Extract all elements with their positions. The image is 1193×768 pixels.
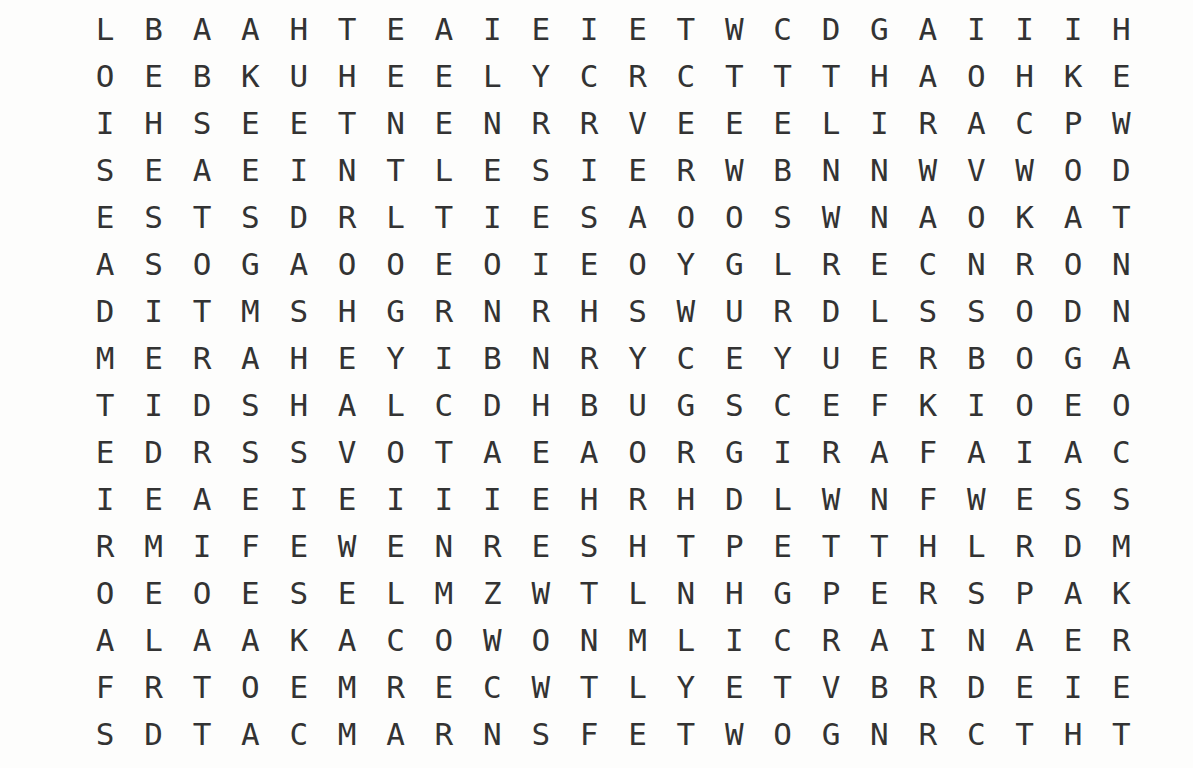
grid-cell[interactable]: E	[420, 664, 468, 711]
grid-cell[interactable]: O	[226, 664, 274, 711]
grid-cell[interactable]: D	[710, 476, 758, 523]
grid-cell[interactable]: I	[565, 147, 613, 194]
grid-cell[interactable]: R	[662, 429, 710, 476]
grid-cell[interactable]: I	[275, 476, 323, 523]
grid-cell[interactable]: O	[468, 241, 516, 288]
grid-cell[interactable]: S	[952, 288, 1000, 335]
grid-cell[interactable]: A	[178, 147, 226, 194]
grid-cell[interactable]: C	[371, 617, 419, 664]
grid-cell[interactable]: D	[81, 288, 129, 335]
grid-cell[interactable]: R	[613, 53, 661, 100]
grid-cell[interactable]: R	[807, 617, 855, 664]
grid-cell[interactable]: H	[323, 288, 371, 335]
grid-cell[interactable]: R	[904, 711, 952, 758]
grid-cell[interactable]: D	[129, 711, 177, 758]
grid-cell[interactable]: S	[81, 711, 129, 758]
grid-cell[interactable]: C	[662, 53, 710, 100]
grid-cell[interactable]: R	[178, 429, 226, 476]
grid-cell[interactable]: E	[1049, 617, 1097, 664]
grid-cell[interactable]: E	[226, 147, 274, 194]
grid-cell[interactable]: M	[81, 335, 129, 382]
grid-cell[interactable]: A	[178, 6, 226, 53]
grid-cell[interactable]: E	[323, 476, 371, 523]
grid-cell[interactable]: M	[323, 664, 371, 711]
grid-cell[interactable]: U	[613, 382, 661, 429]
grid-cell[interactable]: H	[1000, 53, 1048, 100]
grid-cell[interactable]: R	[807, 429, 855, 476]
grid-cell[interactable]: B	[855, 664, 903, 711]
grid-cell[interactable]: I	[855, 100, 903, 147]
grid-cell[interactable]: A	[226, 6, 274, 53]
grid-cell[interactable]: W	[710, 147, 758, 194]
grid-cell[interactable]: L	[613, 570, 661, 617]
grid-cell[interactable]: U	[807, 335, 855, 382]
grid-cell[interactable]: R	[904, 570, 952, 617]
grid-cell[interactable]: G	[710, 429, 758, 476]
grid-cell[interactable]: E	[613, 147, 661, 194]
grid-cell[interactable]: E	[1097, 53, 1145, 100]
grid-cell[interactable]: D	[1097, 147, 1145, 194]
grid-cell[interactable]: P	[1000, 570, 1048, 617]
grid-cell[interactable]: E	[710, 664, 758, 711]
grid-cell[interactable]: E	[420, 100, 468, 147]
grid-cell[interactable]: I	[952, 6, 1000, 53]
grid-cell[interactable]: E	[275, 523, 323, 570]
grid-cell[interactable]: E	[129, 335, 177, 382]
grid-cell[interactable]: H	[710, 570, 758, 617]
grid-cell[interactable]: E	[758, 100, 806, 147]
grid-cell[interactable]: S	[565, 523, 613, 570]
grid-cell[interactable]: S	[565, 194, 613, 241]
grid-cell[interactable]: P	[710, 523, 758, 570]
grid-cell[interactable]: O	[178, 570, 226, 617]
grid-cell[interactable]: Y	[758, 335, 806, 382]
grid-cell[interactable]: K	[1097, 570, 1145, 617]
grid-cell[interactable]: N	[952, 617, 1000, 664]
grid-cell[interactable]: P	[1049, 100, 1097, 147]
grid-cell[interactable]: E	[371, 6, 419, 53]
grid-cell[interactable]: E	[129, 147, 177, 194]
grid-cell[interactable]: A	[81, 617, 129, 664]
grid-cell[interactable]: T	[323, 100, 371, 147]
grid-cell[interactable]: S	[226, 194, 274, 241]
grid-cell[interactable]: H	[904, 523, 952, 570]
grid-cell[interactable]: I	[81, 476, 129, 523]
grid-cell[interactable]: O	[1000, 382, 1048, 429]
grid-cell[interactable]: V	[323, 429, 371, 476]
grid-cell[interactable]: O	[1049, 241, 1097, 288]
grid-cell[interactable]: G	[226, 241, 274, 288]
grid-cell[interactable]: T	[662, 6, 710, 53]
grid-cell[interactable]: N	[855, 711, 903, 758]
grid-cell[interactable]: M	[613, 617, 661, 664]
grid-cell[interactable]: E	[226, 476, 274, 523]
grid-cell[interactable]: F	[904, 429, 952, 476]
grid-cell[interactable]: O	[1000, 335, 1048, 382]
grid-cell[interactable]: I	[371, 476, 419, 523]
grid-cell[interactable]: P	[807, 570, 855, 617]
grid-cell[interactable]: L	[371, 570, 419, 617]
grid-cell[interactable]: H	[323, 53, 371, 100]
grid-cell[interactable]: O	[517, 617, 565, 664]
grid-cell[interactable]: A	[952, 429, 1000, 476]
grid-cell[interactable]: T	[758, 664, 806, 711]
grid-cell[interactable]: N	[468, 711, 516, 758]
grid-cell[interactable]: U	[275, 53, 323, 100]
grid-cell[interactable]: I	[420, 335, 468, 382]
grid-cell[interactable]: I	[758, 429, 806, 476]
grid-cell[interactable]: E	[710, 335, 758, 382]
grid-cell[interactable]: A	[904, 194, 952, 241]
grid-cell[interactable]: S	[758, 194, 806, 241]
grid-cell[interactable]: R	[420, 711, 468, 758]
grid-cell[interactable]: W	[807, 194, 855, 241]
grid-cell[interactable]: K	[226, 53, 274, 100]
grid-cell[interactable]: F	[904, 476, 952, 523]
grid-cell[interactable]: S	[904, 288, 952, 335]
grid-cell[interactable]: E	[662, 100, 710, 147]
grid-cell[interactable]: Y	[662, 664, 710, 711]
grid-cell[interactable]: E	[613, 711, 661, 758]
grid-cell[interactable]: I	[1000, 6, 1048, 53]
grid-cell[interactable]: H	[855, 53, 903, 100]
grid-cell[interactable]: S	[275, 429, 323, 476]
grid-cell[interactable]: R	[565, 335, 613, 382]
grid-cell[interactable]: R	[662, 147, 710, 194]
grid-cell[interactable]: A	[371, 711, 419, 758]
grid-cell[interactable]: D	[178, 382, 226, 429]
grid-cell[interactable]: T	[807, 53, 855, 100]
grid-cell[interactable]: N	[952, 241, 1000, 288]
grid-cell[interactable]: E	[129, 476, 177, 523]
grid-cell[interactable]: A	[613, 194, 661, 241]
grid-cell[interactable]: E	[855, 335, 903, 382]
grid-cell[interactable]: L	[468, 53, 516, 100]
grid-cell[interactable]: N	[807, 147, 855, 194]
grid-cell[interactable]: G	[662, 382, 710, 429]
grid-cell[interactable]: W	[468, 617, 516, 664]
grid-cell[interactable]: N	[662, 570, 710, 617]
grid-cell[interactable]: O	[662, 194, 710, 241]
grid-cell[interactable]: T	[81, 382, 129, 429]
grid-cell[interactable]: F	[226, 523, 274, 570]
grid-cell[interactable]: W	[517, 664, 565, 711]
grid-cell[interactable]: E	[1097, 664, 1145, 711]
grid-cell[interactable]: T	[178, 288, 226, 335]
grid-cell[interactable]: A	[855, 617, 903, 664]
grid-cell[interactable]: A	[904, 53, 952, 100]
grid-cell[interactable]: T	[1000, 711, 1048, 758]
grid-cell[interactable]: M	[1097, 523, 1145, 570]
grid-cell[interactable]: S	[275, 288, 323, 335]
grid-cell[interactable]: I	[468, 194, 516, 241]
grid-cell[interactable]: R	[129, 664, 177, 711]
grid-cell[interactable]: I	[129, 382, 177, 429]
grid-cell[interactable]: I	[904, 617, 952, 664]
grid-cell[interactable]: A	[1049, 194, 1097, 241]
grid-cell[interactable]: R	[1000, 241, 1048, 288]
grid-cell[interactable]: E	[758, 523, 806, 570]
grid-cell[interactable]: N	[565, 617, 613, 664]
grid-cell[interactable]: O	[613, 241, 661, 288]
grid-cell[interactable]: H	[129, 100, 177, 147]
grid-cell[interactable]: D	[468, 382, 516, 429]
grid-cell[interactable]: N	[468, 100, 516, 147]
grid-cell[interactable]: E	[1049, 382, 1097, 429]
grid-cell[interactable]: S	[613, 288, 661, 335]
grid-cell[interactable]: V	[952, 147, 1000, 194]
grid-cell[interactable]: M	[420, 570, 468, 617]
grid-cell[interactable]: S	[129, 241, 177, 288]
grid-cell[interactable]: E	[468, 147, 516, 194]
grid-cell[interactable]: I	[178, 523, 226, 570]
grid-cell[interactable]: A	[1049, 570, 1097, 617]
grid-cell[interactable]: N	[1097, 288, 1145, 335]
grid-cell[interactable]: N	[323, 147, 371, 194]
grid-cell[interactable]: H	[275, 382, 323, 429]
grid-cell[interactable]: H	[517, 382, 565, 429]
grid-cell[interactable]: W	[952, 476, 1000, 523]
grid-cell[interactable]: D	[807, 6, 855, 53]
grid-cell[interactable]: O	[1000, 288, 1048, 335]
grid-cell[interactable]: I	[468, 476, 516, 523]
grid-cell[interactable]: O	[1049, 147, 1097, 194]
grid-cell[interactable]: S	[1049, 476, 1097, 523]
grid-cell[interactable]: A	[178, 476, 226, 523]
grid-cell[interactable]: K	[1049, 53, 1097, 100]
grid-cell[interactable]: E	[517, 6, 565, 53]
grid-cell[interactable]: O	[613, 429, 661, 476]
grid-cell[interactable]: R	[904, 664, 952, 711]
grid-cell[interactable]: L	[129, 617, 177, 664]
grid-cell[interactable]: C	[662, 335, 710, 382]
grid-cell[interactable]: G	[371, 288, 419, 335]
grid-cell[interactable]: T	[420, 194, 468, 241]
grid-cell[interactable]: I	[1000, 429, 1048, 476]
grid-cell[interactable]: R	[323, 194, 371, 241]
grid-cell[interactable]: E	[323, 570, 371, 617]
grid-cell[interactable]: R	[904, 100, 952, 147]
grid-cell[interactable]: W	[904, 147, 952, 194]
grid-cell[interactable]: M	[323, 711, 371, 758]
grid-cell[interactable]: D	[129, 429, 177, 476]
grid-cell[interactable]: K	[904, 382, 952, 429]
grid-cell[interactable]: N	[855, 194, 903, 241]
grid-cell[interactable]: C	[420, 382, 468, 429]
grid-cell[interactable]: E	[129, 570, 177, 617]
grid-cell[interactable]: C	[1097, 429, 1145, 476]
grid-cell[interactable]: R	[807, 241, 855, 288]
grid-cell[interactable]: A	[323, 382, 371, 429]
grid-cell[interactable]: I	[129, 288, 177, 335]
grid-cell[interactable]: A	[323, 617, 371, 664]
grid-cell[interactable]: L	[371, 382, 419, 429]
grid-cell[interactable]: S	[178, 100, 226, 147]
grid-cell[interactable]: T	[1097, 711, 1145, 758]
grid-cell[interactable]: B	[129, 6, 177, 53]
grid-cell[interactable]: H	[275, 6, 323, 53]
grid-cell[interactable]: T	[178, 711, 226, 758]
grid-cell[interactable]: E	[855, 570, 903, 617]
grid-cell[interactable]: D	[952, 664, 1000, 711]
grid-cell[interactable]: D	[1049, 288, 1097, 335]
grid-cell[interactable]: S	[275, 570, 323, 617]
grid-cell[interactable]: A	[855, 429, 903, 476]
grid-cell[interactable]: T	[758, 53, 806, 100]
grid-cell[interactable]: E	[517, 523, 565, 570]
grid-cell[interactable]: O	[952, 53, 1000, 100]
grid-cell[interactable]: C	[952, 711, 1000, 758]
grid-cell[interactable]: T	[371, 147, 419, 194]
grid-cell[interactable]: G	[710, 241, 758, 288]
grid-cell[interactable]: B	[565, 382, 613, 429]
grid-cell[interactable]: T	[565, 570, 613, 617]
grid-cell[interactable]: A	[226, 617, 274, 664]
grid-cell[interactable]: W	[710, 6, 758, 53]
grid-cell[interactable]: O	[952, 194, 1000, 241]
grid-cell[interactable]: C	[275, 711, 323, 758]
grid-cell[interactable]: M	[226, 288, 274, 335]
grid-cell[interactable]: R	[178, 335, 226, 382]
grid-cell[interactable]: R	[758, 288, 806, 335]
grid-cell[interactable]: E	[1000, 664, 1048, 711]
grid-cell[interactable]: L	[758, 476, 806, 523]
grid-cell[interactable]: L	[662, 617, 710, 664]
grid-cell[interactable]: I	[275, 147, 323, 194]
grid-cell[interactable]: I	[1049, 664, 1097, 711]
grid-cell[interactable]: W	[1000, 147, 1048, 194]
grid-cell[interactable]: F	[81, 664, 129, 711]
grid-cell[interactable]: S	[952, 570, 1000, 617]
grid-cell[interactable]: G	[855, 6, 903, 53]
grid-cell[interactable]: T	[565, 664, 613, 711]
grid-cell[interactable]: E	[565, 241, 613, 288]
grid-cell[interactable]: R	[517, 288, 565, 335]
grid-cell[interactable]: B	[952, 335, 1000, 382]
grid-cell[interactable]: Y	[371, 335, 419, 382]
grid-cell[interactable]: H	[565, 476, 613, 523]
grid-cell[interactable]: R	[613, 476, 661, 523]
grid-cell[interactable]: E	[129, 53, 177, 100]
grid-cell[interactable]: C	[758, 382, 806, 429]
grid-cell[interactable]: R	[81, 523, 129, 570]
grid-cell[interactable]: G	[807, 711, 855, 758]
grid-cell[interactable]: E	[81, 194, 129, 241]
grid-cell[interactable]: A	[1000, 617, 1048, 664]
grid-cell[interactable]: T	[1097, 194, 1145, 241]
grid-cell[interactable]: T	[420, 429, 468, 476]
grid-cell[interactable]: E	[517, 476, 565, 523]
grid-cell[interactable]: T	[662, 523, 710, 570]
grid-cell[interactable]: E	[81, 429, 129, 476]
grid-cell[interactable]: S	[226, 429, 274, 476]
grid-cell[interactable]: A	[420, 6, 468, 53]
grid-cell[interactable]: M	[129, 523, 177, 570]
grid-cell[interactable]: O	[758, 711, 806, 758]
grid-cell[interactable]: A	[81, 241, 129, 288]
grid-cell[interactable]: B	[758, 147, 806, 194]
grid-cell[interactable]: E	[517, 194, 565, 241]
grid-cell[interactable]: A	[275, 241, 323, 288]
grid-cell[interactable]: E	[371, 523, 419, 570]
grid-cell[interactable]: R	[1000, 523, 1048, 570]
grid-cell[interactable]: I	[517, 241, 565, 288]
grid-cell[interactable]: H	[1097, 6, 1145, 53]
grid-cell[interactable]: C	[468, 664, 516, 711]
grid-cell[interactable]: A	[565, 429, 613, 476]
grid-cell[interactable]: I	[952, 382, 1000, 429]
grid-cell[interactable]: E	[226, 570, 274, 617]
grid-cell[interactable]: O	[1097, 382, 1145, 429]
grid-cell[interactable]: O	[81, 570, 129, 617]
grid-cell[interactable]: L	[613, 664, 661, 711]
grid-cell[interactable]: D	[275, 194, 323, 241]
grid-cell[interactable]: W	[517, 570, 565, 617]
grid-cell[interactable]: V	[613, 100, 661, 147]
grid-cell[interactable]: L	[807, 100, 855, 147]
grid-cell[interactable]: V	[807, 664, 855, 711]
grid-cell[interactable]: T	[178, 194, 226, 241]
grid-cell[interactable]: A	[468, 429, 516, 476]
grid-cell[interactable]: N	[468, 288, 516, 335]
grid-cell[interactable]: L	[952, 523, 1000, 570]
grid-cell[interactable]: T	[323, 6, 371, 53]
grid-cell[interactable]: D	[807, 288, 855, 335]
grid-cell[interactable]: K	[275, 617, 323, 664]
grid-cell[interactable]: E	[517, 429, 565, 476]
grid-cell[interactable]: N	[855, 147, 903, 194]
grid-cell[interactable]: I	[81, 100, 129, 147]
grid-cell[interactable]: E	[323, 335, 371, 382]
grid-cell[interactable]: S	[710, 382, 758, 429]
grid-cell[interactable]: S	[517, 711, 565, 758]
grid-cell[interactable]: O	[81, 53, 129, 100]
grid-cell[interactable]: C	[565, 53, 613, 100]
grid-cell[interactable]: E	[371, 53, 419, 100]
grid-cell[interactable]: C	[758, 617, 806, 664]
grid-cell[interactable]: W	[710, 711, 758, 758]
grid-cell[interactable]: E	[226, 100, 274, 147]
grid-cell[interactable]: E	[420, 53, 468, 100]
grid-cell[interactable]: W	[662, 288, 710, 335]
grid-cell[interactable]: I	[710, 617, 758, 664]
grid-cell[interactable]: O	[323, 241, 371, 288]
grid-cell[interactable]: G	[758, 570, 806, 617]
grid-cell[interactable]: O	[420, 617, 468, 664]
grid-cell[interactable]: R	[468, 523, 516, 570]
grid-cell[interactable]: N	[855, 476, 903, 523]
grid-cell[interactable]: E	[613, 6, 661, 53]
grid-cell[interactable]: A	[226, 335, 274, 382]
grid-cell[interactable]: N	[420, 523, 468, 570]
grid-cell[interactable]: L	[420, 147, 468, 194]
grid-cell[interactable]: S	[1097, 476, 1145, 523]
grid-cell[interactable]: R	[904, 335, 952, 382]
grid-cell[interactable]: O	[178, 241, 226, 288]
grid-cell[interactable]: L	[758, 241, 806, 288]
grid-cell[interactable]: A	[952, 100, 1000, 147]
grid-cell[interactable]: T	[807, 523, 855, 570]
grid-cell[interactable]: H	[662, 476, 710, 523]
grid-cell[interactable]: C	[904, 241, 952, 288]
grid-cell[interactable]: R	[1097, 617, 1145, 664]
grid-cell[interactable]: L	[371, 194, 419, 241]
grid-cell[interactable]: S	[517, 147, 565, 194]
grid-cell[interactable]: R	[371, 664, 419, 711]
grid-cell[interactable]: E	[420, 241, 468, 288]
grid-cell[interactable]: E	[855, 241, 903, 288]
grid-cell[interactable]: N	[517, 335, 565, 382]
